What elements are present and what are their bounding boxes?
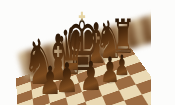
pawn-glyph: ♟ xyxy=(100,53,120,88)
pawn-glyph: ♟ xyxy=(39,61,62,100)
background-right xyxy=(151,0,175,105)
chess-set-photo: ♞♝♛♚♝♞♜♟♟♟♟♟ xyxy=(0,0,175,105)
pawn-glyph: ♟ xyxy=(79,56,102,96)
